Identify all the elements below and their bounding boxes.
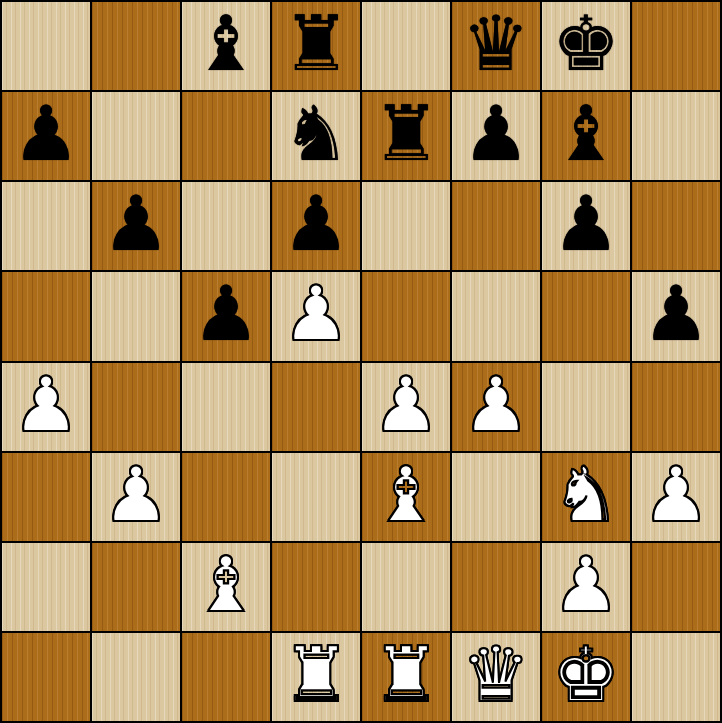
square-g7[interactable]: ♝ (542, 92, 630, 180)
piece-black-pawn: ♟ (102, 186, 170, 262)
piece-black-pawn: ♟ (282, 186, 350, 262)
piece-white-queen: ♛ (462, 637, 530, 713)
piece-black-rook: ♜ (372, 96, 440, 172)
square-d7[interactable]: ♞ (272, 92, 360, 180)
chess-board-wrap: ♝♜♛♚♟♞♜♟♝♟♟♟♟♟♟♟♟♟♟♝♞♟♝♟♜♜♛♚ (0, 0, 722, 723)
square-e7[interactable]: ♜ (362, 92, 450, 180)
square-a1[interactable] (2, 633, 90, 721)
square-c2[interactable]: ♝ (182, 543, 270, 631)
square-c7[interactable] (182, 92, 270, 180)
square-f5[interactable] (452, 272, 540, 360)
piece-white-pawn: ♟ (462, 367, 530, 443)
square-f3[interactable] (452, 453, 540, 541)
piece-black-knight: ♞ (282, 96, 350, 172)
square-g8[interactable]: ♚ (542, 2, 630, 90)
square-a8[interactable] (2, 2, 90, 90)
piece-black-rook: ♜ (282, 6, 350, 82)
piece-white-pawn: ♟ (282, 276, 350, 352)
piece-white-king: ♚ (552, 637, 620, 713)
square-b7[interactable] (92, 92, 180, 180)
square-a7[interactable]: ♟ (2, 92, 90, 180)
piece-white-pawn: ♟ (372, 367, 440, 443)
square-e4[interactable]: ♟ (362, 363, 450, 451)
square-b5[interactable] (92, 272, 180, 360)
square-h5[interactable]: ♟ (632, 272, 720, 360)
piece-white-bishop: ♝ (372, 457, 440, 533)
square-e6[interactable] (362, 182, 450, 270)
square-f8[interactable]: ♛ (452, 2, 540, 90)
square-a2[interactable] (2, 543, 90, 631)
square-h4[interactable] (632, 363, 720, 451)
square-a3[interactable] (2, 453, 90, 541)
piece-white-pawn: ♟ (642, 457, 710, 533)
square-b6[interactable]: ♟ (92, 182, 180, 270)
square-h3[interactable]: ♟ (632, 453, 720, 541)
chess-board: ♝♜♛♚♟♞♜♟♝♟♟♟♟♟♟♟♟♟♟♝♞♟♝♟♜♜♛♚ (0, 0, 722, 723)
piece-white-rook: ♜ (372, 637, 440, 713)
square-d4[interactable] (272, 363, 360, 451)
piece-black-bishop: ♝ (192, 6, 260, 82)
square-a5[interactable] (2, 272, 90, 360)
square-g6[interactable]: ♟ (542, 182, 630, 270)
square-f7[interactable]: ♟ (452, 92, 540, 180)
square-d5[interactable]: ♟ (272, 272, 360, 360)
square-b1[interactable] (92, 633, 180, 721)
piece-black-bishop: ♝ (552, 96, 620, 172)
piece-white-rook: ♜ (282, 637, 350, 713)
square-e2[interactable] (362, 543, 450, 631)
square-d6[interactable]: ♟ (272, 182, 360, 270)
square-d8[interactable]: ♜ (272, 2, 360, 90)
square-e5[interactable] (362, 272, 450, 360)
square-g3[interactable]: ♞ (542, 453, 630, 541)
square-b2[interactable] (92, 543, 180, 631)
piece-black-pawn: ♟ (12, 96, 80, 172)
square-h1[interactable] (632, 633, 720, 721)
square-e8[interactable] (362, 2, 450, 90)
square-b4[interactable] (92, 363, 180, 451)
piece-black-pawn: ♟ (192, 276, 260, 352)
square-h8[interactable] (632, 2, 720, 90)
piece-white-bishop: ♝ (192, 547, 260, 623)
square-c1[interactable] (182, 633, 270, 721)
piece-white-pawn: ♟ (12, 367, 80, 443)
square-d3[interactable] (272, 453, 360, 541)
square-c5[interactable]: ♟ (182, 272, 270, 360)
piece-black-pawn: ♟ (552, 186, 620, 262)
square-d2[interactable] (272, 543, 360, 631)
piece-black-king: ♚ (552, 6, 620, 82)
piece-black-pawn: ♟ (642, 276, 710, 352)
piece-black-queen: ♛ (462, 6, 530, 82)
square-h7[interactable] (632, 92, 720, 180)
piece-white-pawn: ♟ (552, 547, 620, 623)
square-b3[interactable]: ♟ (92, 453, 180, 541)
square-g2[interactable]: ♟ (542, 543, 630, 631)
square-e1[interactable]: ♜ (362, 633, 450, 721)
square-a6[interactable] (2, 182, 90, 270)
square-f6[interactable] (452, 182, 540, 270)
square-a4[interactable]: ♟ (2, 363, 90, 451)
square-d1[interactable]: ♜ (272, 633, 360, 721)
square-g5[interactable] (542, 272, 630, 360)
square-h2[interactable] (632, 543, 720, 631)
square-c8[interactable]: ♝ (182, 2, 270, 90)
square-f2[interactable] (452, 543, 540, 631)
square-c4[interactable] (182, 363, 270, 451)
piece-white-knight: ♞ (552, 457, 620, 533)
piece-black-pawn: ♟ (462, 96, 530, 172)
piece-white-pawn: ♟ (102, 457, 170, 533)
square-b8[interactable] (92, 2, 180, 90)
square-f1[interactable]: ♛ (452, 633, 540, 721)
square-c6[interactable] (182, 182, 270, 270)
square-c3[interactable] (182, 453, 270, 541)
square-e3[interactable]: ♝ (362, 453, 450, 541)
square-g4[interactable] (542, 363, 630, 451)
square-g1[interactable]: ♚ (542, 633, 630, 721)
square-h6[interactable] (632, 182, 720, 270)
square-f4[interactable]: ♟ (452, 363, 540, 451)
